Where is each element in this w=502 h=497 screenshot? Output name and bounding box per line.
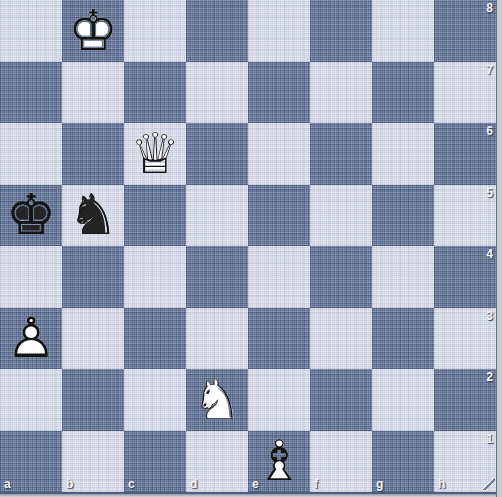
square-a7[interactable] (0, 62, 62, 124)
square-e4[interactable] (248, 246, 310, 308)
square-a6[interactable] (0, 123, 62, 185)
piece-white-pawn[interactable]: ♟♙ (0, 308, 62, 370)
square-c1[interactable]: c (124, 431, 186, 493)
square-d5[interactable] (186, 185, 248, 247)
square-b3[interactable] (62, 308, 124, 370)
square-g3[interactable] (372, 308, 434, 370)
square-b7[interactable] (62, 62, 124, 124)
piece-white-bishop[interactable]: ♝♗ (248, 431, 310, 493)
square-f8[interactable] (310, 0, 372, 62)
chess-board: ♚♔87♛♕6♚♔♞♘54♟♙3♞♘2abcde♝♗fg1h (0, 0, 496, 492)
piece-black-king[interactable]: ♚♔ (0, 185, 62, 247)
square-e2[interactable] (248, 369, 310, 431)
square-g5[interactable] (372, 185, 434, 247)
square-c5[interactable] (124, 185, 186, 247)
square-b4[interactable] (62, 246, 124, 308)
square-e3[interactable] (248, 308, 310, 370)
rank-label-5: 5 (486, 187, 493, 199)
file-label-g: g (376, 478, 383, 490)
square-c6[interactable]: ♛♕ (124, 123, 186, 185)
square-c2[interactable] (124, 369, 186, 431)
square-a8[interactable] (0, 0, 62, 62)
square-f3[interactable] (310, 308, 372, 370)
square-h3[interactable]: 3 (434, 308, 496, 370)
square-d6[interactable] (186, 123, 248, 185)
square-d4[interactable] (186, 246, 248, 308)
piece-white-queen[interactable]: ♛♕ (124, 123, 186, 185)
square-b1[interactable]: b (62, 431, 124, 493)
bishop-glyph-outline: ♗ (248, 431, 310, 493)
square-h4[interactable]: 4 (434, 246, 496, 308)
square-a5[interactable]: ♚♔ (0, 185, 62, 247)
square-e5[interactable] (248, 185, 310, 247)
rank-label-4: 4 (486, 248, 493, 260)
square-d3[interactable] (186, 308, 248, 370)
square-d7[interactable] (186, 62, 248, 124)
square-g1[interactable]: g (372, 431, 434, 493)
square-f5[interactable] (310, 185, 372, 247)
board-bottom-edge (0, 492, 496, 497)
file-label-d: d (190, 478, 197, 490)
piece-white-knight[interactable]: ♞♘ (186, 369, 248, 431)
rank-label-8: 8 (486, 2, 493, 14)
square-b5[interactable]: ♞♘ (62, 185, 124, 247)
square-h5[interactable]: 5 (434, 185, 496, 247)
square-b2[interactable] (62, 369, 124, 431)
square-g7[interactable] (372, 62, 434, 124)
square-h7[interactable]: 7 (434, 62, 496, 124)
rank-label-2: 2 (486, 371, 493, 383)
rank-label-1: 1 (486, 433, 493, 445)
king-glyph-outline: ♔ (0, 185, 62, 247)
square-b8[interactable]: ♚♔ (62, 0, 124, 62)
piece-white-king[interactable]: ♚♔ (62, 0, 124, 62)
file-label-b: b (66, 478, 73, 490)
square-a4[interactable] (0, 246, 62, 308)
board-right-edge (496, 0, 502, 497)
square-a3[interactable]: ♟♙ (0, 308, 62, 370)
square-g4[interactable] (372, 246, 434, 308)
square-b6[interactable] (62, 123, 124, 185)
square-f6[interactable] (310, 123, 372, 185)
square-h8[interactable]: 8 (434, 0, 496, 62)
square-f7[interactable] (310, 62, 372, 124)
file-label-h: h (438, 478, 445, 490)
file-label-c: c (128, 478, 135, 490)
square-e8[interactable] (248, 0, 310, 62)
square-h6[interactable]: 6 (434, 123, 496, 185)
square-g8[interactable] (372, 0, 434, 62)
square-f4[interactable] (310, 246, 372, 308)
knight-glyph-outline: ♘ (62, 185, 124, 247)
square-c7[interactable] (124, 62, 186, 124)
square-a1[interactable]: a (0, 431, 62, 493)
square-e1[interactable]: e♝♗ (248, 431, 310, 493)
square-c4[interactable] (124, 246, 186, 308)
square-c3[interactable] (124, 308, 186, 370)
knight-glyph-outline: ♘ (186, 369, 248, 431)
square-h2[interactable]: 2 (434, 369, 496, 431)
pawn-glyph-outline: ♙ (0, 308, 62, 370)
rank-label-6: 6 (486, 125, 493, 137)
square-g2[interactable] (372, 369, 434, 431)
square-f1[interactable]: f (310, 431, 372, 493)
rank-label-3: 3 (486, 310, 493, 322)
file-label-a: a (4, 478, 11, 490)
piece-black-knight[interactable]: ♞♘ (62, 185, 124, 247)
square-e6[interactable] (248, 123, 310, 185)
square-c8[interactable] (124, 0, 186, 62)
king-glyph-outline: ♔ (62, 0, 124, 62)
square-d1[interactable]: d (186, 431, 248, 493)
square-g6[interactable] (372, 123, 434, 185)
square-a2[interactable] (0, 369, 62, 431)
square-e7[interactable] (248, 62, 310, 124)
queen-glyph-outline: ♕ (124, 123, 186, 185)
square-d2[interactable]: ♞♘ (186, 369, 248, 431)
square-d8[interactable] (186, 0, 248, 62)
rank-label-7: 7 (486, 64, 493, 76)
square-f2[interactable] (310, 369, 372, 431)
file-label-f: f (314, 478, 318, 490)
